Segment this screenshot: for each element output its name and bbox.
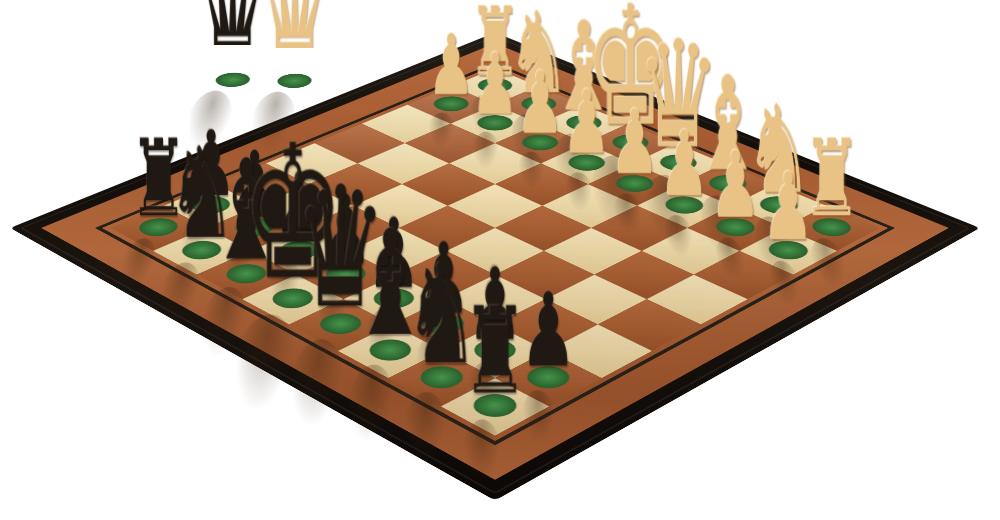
piece-cast-shadow [463,420,501,484]
chess-board: ♛♛♜♟♞♟♝♟♚♟♛♟♝♟♟♞♜♟♟♜♞♟♟♝♟♚♟♛♟♝♟♞♟♜ [10,32,980,500]
scene: ♛♛♜♟♞♟♝♟♚♟♛♟♝♟♟♞♜♟♟♜♞♟♟♝♟♚♟♛♟♝♟♞♟♜ [0,0,1000,520]
felt-base-pad [271,71,319,91]
white-pawn-icon: ♟ [762,161,814,255]
black-pawn-icon: ♟ [520,280,577,382]
black-queen-icon: ♛ [194,0,271,86]
felt-base-pad [209,70,257,90]
white-queen-icon: ♛ [256,0,334,87]
product-photo: ♛♛♜♟♞♟♝♟♚♟♛♟♝♟♟♞♜♟♟♜♞♟♟♝♟♚♟♛♟♝♟♞♟♜ [0,0,1000,520]
black-rook-icon: ♜ [462,292,529,412]
